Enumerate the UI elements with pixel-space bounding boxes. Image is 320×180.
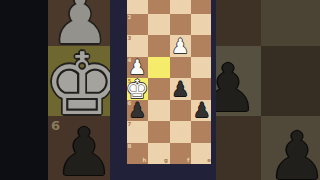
square-h8[interactable]: 8h bbox=[127, 143, 149, 165]
square-e3[interactable] bbox=[191, 35, 213, 57]
video-right-margin bbox=[211, 0, 217, 180]
black-pawn-e6[interactable]: ♟ bbox=[193, 100, 211, 120]
rank-label-3: 3 bbox=[128, 36, 132, 42]
file-label-h: h bbox=[143, 158, 147, 164]
square-h1[interactable] bbox=[127, 0, 149, 14]
square-h6[interactable]: 6♟ bbox=[127, 100, 149, 122]
square-h3[interactable]: 3 bbox=[127, 35, 149, 57]
file-label-g: g bbox=[164, 158, 168, 164]
bg-black-pawn-e6: ♟ bbox=[267, 124, 320, 180]
rank-label-8: 8 bbox=[128, 144, 132, 150]
chess-board: 23♟4♟5♚♟6♟♟78hgfe bbox=[127, 0, 213, 164]
white-pawn-f3[interactable]: ♟ bbox=[171, 36, 189, 56]
square-e5[interactable] bbox=[191, 78, 213, 100]
square-e4[interactable] bbox=[191, 57, 213, 79]
square-g2[interactable] bbox=[148, 14, 170, 36]
square-e2[interactable] bbox=[191, 14, 213, 36]
square-g3[interactable] bbox=[148, 35, 170, 57]
square-g8[interactable]: g bbox=[148, 143, 170, 165]
black-pawn-f5[interactable]: ♟ bbox=[171, 79, 189, 99]
square-g5[interactable] bbox=[148, 78, 170, 100]
square-f2[interactable] bbox=[170, 14, 192, 36]
square-f7[interactable] bbox=[170, 121, 192, 143]
square-f3[interactable]: ♟ bbox=[170, 35, 192, 57]
square-f8[interactable]: f bbox=[170, 143, 192, 165]
square-f6[interactable] bbox=[170, 100, 192, 122]
square-g6[interactable] bbox=[148, 100, 170, 122]
square-g4[interactable] bbox=[148, 57, 170, 79]
video-frame: 23♟4♟5♚♟6♟♟78hgfe bbox=[110, 0, 216, 180]
square-f5[interactable]: ♟ bbox=[170, 78, 192, 100]
rank-label-4: 4 bbox=[128, 58, 132, 64]
short-video-frame: 6♟♚♟♟♟ 23♟4♟5♚♟6♟♟78hgfe bbox=[0, 0, 320, 180]
square-e8[interactable]: e bbox=[191, 143, 213, 165]
square-f1[interactable] bbox=[170, 0, 192, 14]
square-g7[interactable] bbox=[148, 121, 170, 143]
rank-label-5: 5 bbox=[128, 79, 132, 85]
bg-square-e4 bbox=[261, 0, 320, 46]
square-f4[interactable] bbox=[170, 57, 192, 79]
square-e7[interactable] bbox=[191, 121, 213, 143]
square-h2[interactable]: 2 bbox=[127, 14, 149, 36]
file-label-f: f bbox=[187, 158, 189, 164]
rank-label-6: 6 bbox=[128, 101, 132, 107]
rank-label-2: 2 bbox=[128, 15, 132, 21]
square-h5[interactable]: 5♚ bbox=[127, 78, 149, 100]
bg-black-pawn-h6: ♟ bbox=[54, 120, 113, 180]
bg-square-e5 bbox=[261, 46, 320, 116]
square-h7[interactable]: 7 bbox=[127, 121, 149, 143]
square-e6[interactable]: ♟ bbox=[191, 100, 213, 122]
square-g1[interactable] bbox=[148, 0, 170, 14]
rank-label-7: 7 bbox=[128, 122, 132, 128]
square-e1[interactable] bbox=[191, 0, 213, 14]
